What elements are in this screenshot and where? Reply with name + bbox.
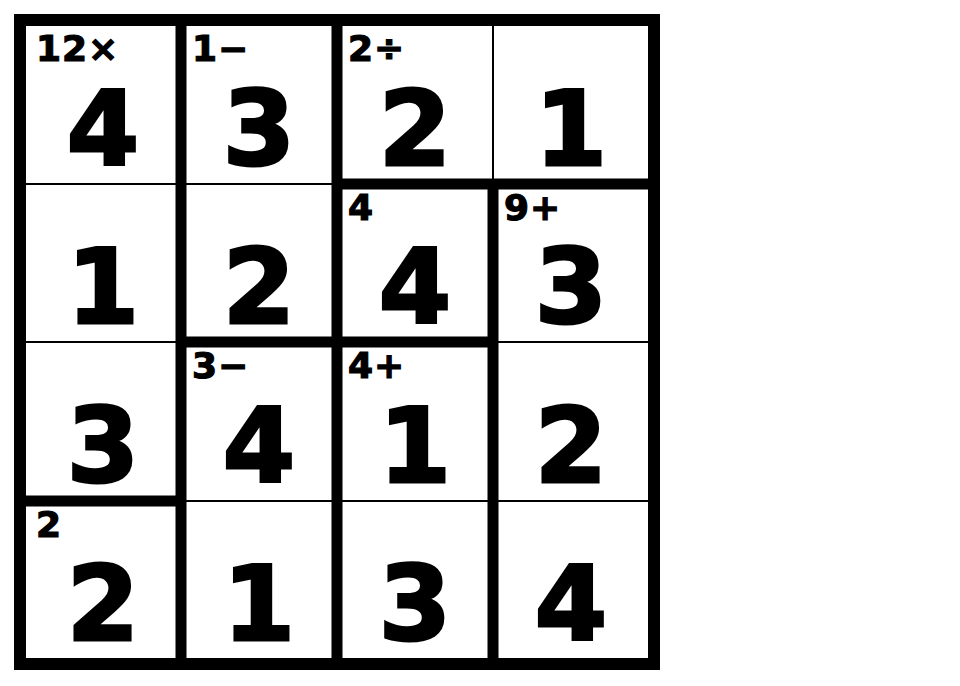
cage-clue: 1− [192, 29, 249, 69]
cell-value: 1 [494, 77, 648, 181]
cell-value: 4 [182, 394, 336, 498]
cell-r2c2[interactable]: 2 [181, 184, 337, 343]
cell-r1c4[interactable]: 1 [493, 25, 649, 184]
cell-value: 4 [494, 552, 648, 656]
cell-r3c3[interactable]: 4+1 [337, 342, 493, 501]
cell-r4c3[interactable]: 3 [337, 501, 493, 660]
cage-clue: 3− [192, 346, 249, 386]
cell-value: 4 [26, 77, 180, 181]
cage-clue: 9+ [504, 188, 561, 228]
cell-value: 3 [494, 235, 648, 339]
cell-value: 2 [338, 77, 492, 181]
cell-r2c1[interactable]: 1 [25, 184, 181, 343]
cell-value: 1 [182, 552, 336, 656]
cell-r1c2[interactable]: 1−3 [181, 25, 337, 184]
cell-value: 1 [26, 235, 180, 339]
cell-r1c3[interactable]: 2÷2 [337, 25, 493, 184]
cell-value: 3 [182, 77, 336, 181]
cell-value: 2 [182, 235, 336, 339]
cell-r2c3[interactable]: 44 [337, 184, 493, 343]
cage-clue: 2÷ [348, 29, 405, 69]
page: 12×41−32÷2112449+333−44+1222134 [0, 0, 960, 686]
cell-r2c4[interactable]: 9+3 [493, 184, 649, 343]
cage-clue: 4 [348, 188, 374, 228]
cage-clue: 2 [36, 505, 62, 545]
cell-value: 3 [338, 552, 492, 656]
cell-value: 2 [494, 394, 648, 498]
cell-r4c1[interactable]: 22 [25, 501, 181, 660]
cage-clue: 12× [36, 29, 119, 69]
cage-clue: 4+ [348, 346, 405, 386]
cell-r3c4[interactable]: 2 [493, 342, 649, 501]
cell-r4c4[interactable]: 4 [493, 501, 649, 660]
cell-value: 3 [26, 394, 180, 498]
cell-r3c1[interactable]: 3 [25, 342, 181, 501]
cell-value: 2 [26, 552, 180, 656]
cell-r3c2[interactable]: 3−4 [181, 342, 337, 501]
cell-r4c2[interactable]: 1 [181, 501, 337, 660]
cell-r1c1[interactable]: 12×4 [25, 25, 181, 184]
kenken-board: 12×41−32÷2112449+333−44+1222134 [14, 14, 660, 670]
cell-value: 1 [338, 394, 492, 498]
cell-value: 4 [338, 235, 492, 339]
